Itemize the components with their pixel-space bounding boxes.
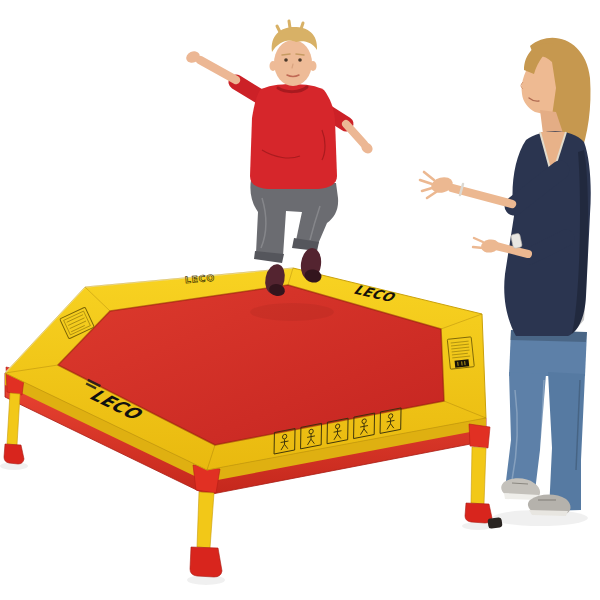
- boy-eye-left: [284, 58, 288, 62]
- boy-face: [274, 40, 312, 86]
- leg-foot: [190, 547, 222, 577]
- leg-shaft: [471, 447, 486, 504]
- leg-socket: [469, 424, 490, 448]
- boy-eye-right: [298, 58, 302, 62]
- trampoline-leg-front: [190, 465, 222, 577]
- leg-shaft: [7, 393, 20, 445]
- leg-foot: [465, 503, 492, 523]
- woman-lower-hand: [473, 238, 500, 254]
- product-photo: LECO LECO: [0, 0, 600, 600]
- woman-jeans-front-leg: [505, 372, 546, 491]
- leg-shaft: [197, 492, 214, 548]
- boy-mat-shadow: [250, 303, 334, 321]
- rubber-cap-on-floor: [487, 517, 502, 529]
- woman-upper-hand: [420, 172, 455, 198]
- boy-right-forearm: [346, 124, 364, 144]
- leg-foot: [4, 444, 24, 464]
- boy-head: [270, 21, 318, 86]
- boy-left-forearm: [200, 60, 236, 80]
- scene-illustration: LECO LECO: [0, 0, 600, 600]
